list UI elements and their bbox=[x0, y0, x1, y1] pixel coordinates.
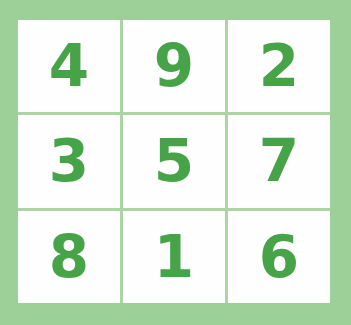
cell-r1c1: 5 bbox=[123, 115, 225, 207]
cell-r0c1: 9 bbox=[123, 20, 225, 112]
cell-r1c2: 7 bbox=[228, 115, 330, 207]
cell-r1c0: 3 bbox=[18, 115, 120, 207]
cell-r2c0: 8 bbox=[18, 211, 120, 303]
cell-r0c0: 4 bbox=[18, 20, 120, 112]
cell-r0c2: 2 bbox=[228, 20, 330, 112]
cell-r2c2: 6 bbox=[228, 211, 330, 303]
magic-square-board: 4 9 2 3 5 7 8 1 6 bbox=[18, 20, 330, 303]
board-frame: 4 9 2 3 5 7 8 1 6 bbox=[0, 0, 351, 325]
cell-r2c1: 1 bbox=[123, 211, 225, 303]
